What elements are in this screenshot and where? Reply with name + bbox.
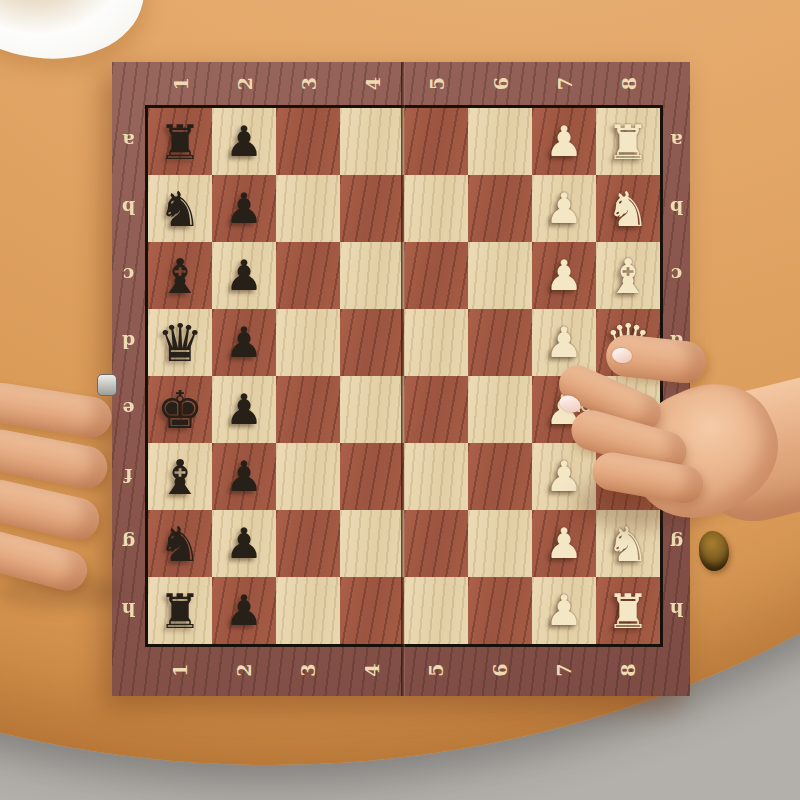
square-f2[interactable]: ♟: [212, 443, 276, 510]
square-b5[interactable]: [404, 175, 468, 242]
col-label-bottom-1: 1: [154, 638, 206, 702]
square-b2[interactable]: ♟: [212, 175, 276, 242]
piece-wR[interactable]: ♜: [596, 108, 660, 175]
square-b7[interactable]: ♟: [532, 175, 596, 242]
square-e3[interactable]: [276, 376, 340, 443]
square-g5[interactable]: [404, 510, 468, 577]
square-f3[interactable]: [276, 443, 340, 510]
piece-bb[interactable]: ♝: [148, 443, 212, 510]
piece-wR[interactable]: ♜: [596, 577, 660, 644]
square-d3[interactable]: [276, 309, 340, 376]
row-label-right-b: b: [663, 175, 690, 242]
square-h5[interactable]: [404, 577, 468, 644]
piece-wN[interactable]: ♞: [596, 175, 660, 242]
square-f5[interactable]: [404, 443, 468, 510]
piece-br[interactable]: ♜: [148, 108, 212, 175]
piece-bq[interactable]: ♛: [148, 309, 212, 376]
piece-bn[interactable]: ♞: [148, 175, 212, 242]
square-f1[interactable]: ♝: [148, 443, 212, 510]
row-label-left-a: a: [112, 108, 145, 175]
square-c8[interactable]: ♝: [596, 242, 660, 309]
piece-br[interactable]: ♜: [148, 577, 212, 644]
square-d2[interactable]: ♟: [212, 309, 276, 376]
square-f6[interactable]: [468, 443, 532, 510]
col-label-bottom-6: 6: [474, 638, 526, 702]
piece-bb[interactable]: ♝: [148, 242, 212, 309]
square-e4[interactable]: [340, 376, 404, 443]
square-a2[interactable]: ♟: [212, 108, 276, 175]
piece-bp[interactable]: ♟: [212, 376, 276, 443]
square-d4[interactable]: [340, 309, 404, 376]
col-label-bottom-4: 4: [346, 638, 398, 702]
clasp-latch-icon: [97, 374, 117, 396]
square-d6[interactable]: [468, 309, 532, 376]
square-c1[interactable]: ♝: [148, 242, 212, 309]
piece-bp[interactable]: ♟: [212, 577, 276, 644]
square-b1[interactable]: ♞: [148, 175, 212, 242]
square-h3[interactable]: [276, 577, 340, 644]
piece-wP[interactable]: ♟: [532, 577, 596, 644]
piece-wP[interactable]: ♟: [532, 108, 596, 175]
piece-bk[interactable]: ♚: [148, 376, 212, 443]
row-label-left-d: d: [112, 309, 145, 376]
scene: 12345678 12345678 abcdefgh abcdefgh ♜♟♟♜…: [0, 0, 800, 800]
piece-bp[interactable]: ♟: [212, 242, 276, 309]
row-label-left-g: g: [112, 510, 145, 577]
square-a1[interactable]: ♜: [148, 108, 212, 175]
piece-bp[interactable]: ♟: [212, 443, 276, 510]
row-label-right-h: h: [663, 577, 690, 644]
square-b3[interactable]: [276, 175, 340, 242]
square-c6[interactable]: [468, 242, 532, 309]
square-e2[interactable]: ♟: [212, 376, 276, 443]
square-c2[interactable]: ♟: [212, 242, 276, 309]
piece-bp[interactable]: ♟: [212, 108, 276, 175]
square-c3[interactable]: [276, 242, 340, 309]
left-coordinate-labels: abcdefgh: [112, 108, 145, 644]
square-a8[interactable]: ♜: [596, 108, 660, 175]
square-f4[interactable]: [340, 443, 404, 510]
square-a7[interactable]: ♟: [532, 108, 596, 175]
square-a3[interactable]: [276, 108, 340, 175]
square-g2[interactable]: ♟: [212, 510, 276, 577]
col-label-bottom-2: 2: [218, 638, 270, 702]
board-fold-seam: [401, 62, 405, 696]
row-label-right-a: a: [663, 108, 690, 175]
square-g1[interactable]: ♞: [148, 510, 212, 577]
piece-wP[interactable]: ♟: [532, 242, 596, 309]
square-b8[interactable]: ♞: [596, 175, 660, 242]
piece-bp[interactable]: ♟: [212, 309, 276, 376]
col-label-bottom-8: 8: [602, 638, 654, 702]
square-h2[interactable]: ♟: [212, 577, 276, 644]
col-label-bottom-3: 3: [282, 638, 334, 702]
square-b6[interactable]: [468, 175, 532, 242]
row-label-right-c: c: [663, 242, 690, 309]
square-c4[interactable]: [340, 242, 404, 309]
square-h7[interactable]: ♟: [532, 577, 596, 644]
square-c7[interactable]: ♟: [532, 242, 596, 309]
piece-wB[interactable]: ♝: [596, 242, 660, 309]
square-e5[interactable]: [404, 376, 468, 443]
row-label-left-c: c: [112, 242, 145, 309]
square-g4[interactable]: [340, 510, 404, 577]
square-c5[interactable]: [404, 242, 468, 309]
square-b4[interactable]: [340, 175, 404, 242]
row-label-left-b: b: [112, 175, 145, 242]
piece-bn[interactable]: ♞: [148, 510, 212, 577]
square-h1[interactable]: ♜: [148, 577, 212, 644]
col-label-bottom-7: 7: [538, 638, 590, 702]
square-d5[interactable]: [404, 309, 468, 376]
square-h6[interactable]: [468, 577, 532, 644]
square-a5[interactable]: [404, 108, 468, 175]
square-g6[interactable]: [468, 510, 532, 577]
square-e6[interactable]: [468, 376, 532, 443]
square-e1[interactable]: ♚: [148, 376, 212, 443]
piece-bp[interactable]: ♟: [212, 175, 276, 242]
square-a6[interactable]: [468, 108, 532, 175]
col-label-bottom-5: 5: [410, 638, 462, 702]
square-h8[interactable]: ♜: [596, 577, 660, 644]
piece-wP[interactable]: ♟: [532, 175, 596, 242]
piece-bp[interactable]: ♟: [212, 510, 276, 577]
row-label-left-f: f: [112, 443, 145, 510]
square-a4[interactable]: [340, 108, 404, 175]
square-d1[interactable]: ♛: [148, 309, 212, 376]
brass-hinge-icon: [699, 531, 729, 571]
square-g3[interactable]: [276, 510, 340, 577]
square-h4[interactable]: [340, 577, 404, 644]
